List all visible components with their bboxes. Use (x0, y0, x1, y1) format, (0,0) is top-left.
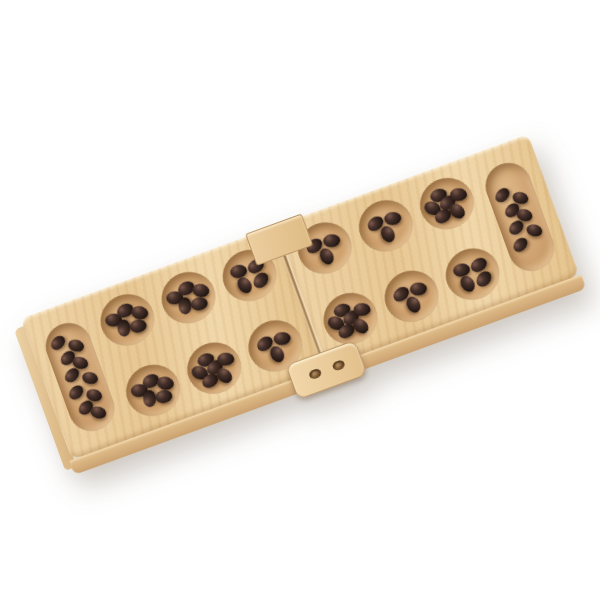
seed (384, 211, 402, 225)
seed (81, 370, 100, 386)
seed (409, 281, 427, 295)
seed (89, 405, 108, 421)
latch-hole-icon (331, 359, 345, 372)
pit-left-bottom-2[interactable] (180, 335, 248, 401)
seed (273, 331, 291, 345)
seed (190, 296, 209, 312)
product-photo-scene (0, 0, 600, 600)
pit-right-bottom-2[interactable] (377, 263, 445, 329)
seed (129, 318, 148, 334)
seed (143, 389, 156, 406)
seed (450, 188, 467, 201)
seed (354, 302, 371, 315)
seed (511, 235, 531, 255)
pit-left-bottom-1[interactable] (119, 357, 187, 423)
pit-left-top-1[interactable] (94, 287, 162, 353)
pit-left-top-2[interactable] (154, 264, 222, 330)
seed (48, 333, 68, 353)
seed (130, 304, 149, 320)
pit-grid-right (282, 157, 516, 364)
seed (154, 388, 173, 404)
pit-right-top-2[interactable] (352, 193, 420, 259)
seed (525, 223, 544, 239)
seed (156, 375, 175, 391)
seed (493, 185, 513, 205)
mancala-board (21, 134, 580, 460)
seed (118, 319, 131, 336)
seed (323, 233, 341, 247)
seed (217, 352, 234, 365)
seed (178, 297, 191, 314)
pit-right-top-3[interactable] (413, 171, 481, 237)
seed (191, 282, 210, 298)
pit-grid-left (85, 229, 319, 436)
seed (66, 383, 86, 403)
latch-hole-icon (308, 368, 322, 381)
pit-right-bottom-3[interactable] (438, 241, 506, 307)
